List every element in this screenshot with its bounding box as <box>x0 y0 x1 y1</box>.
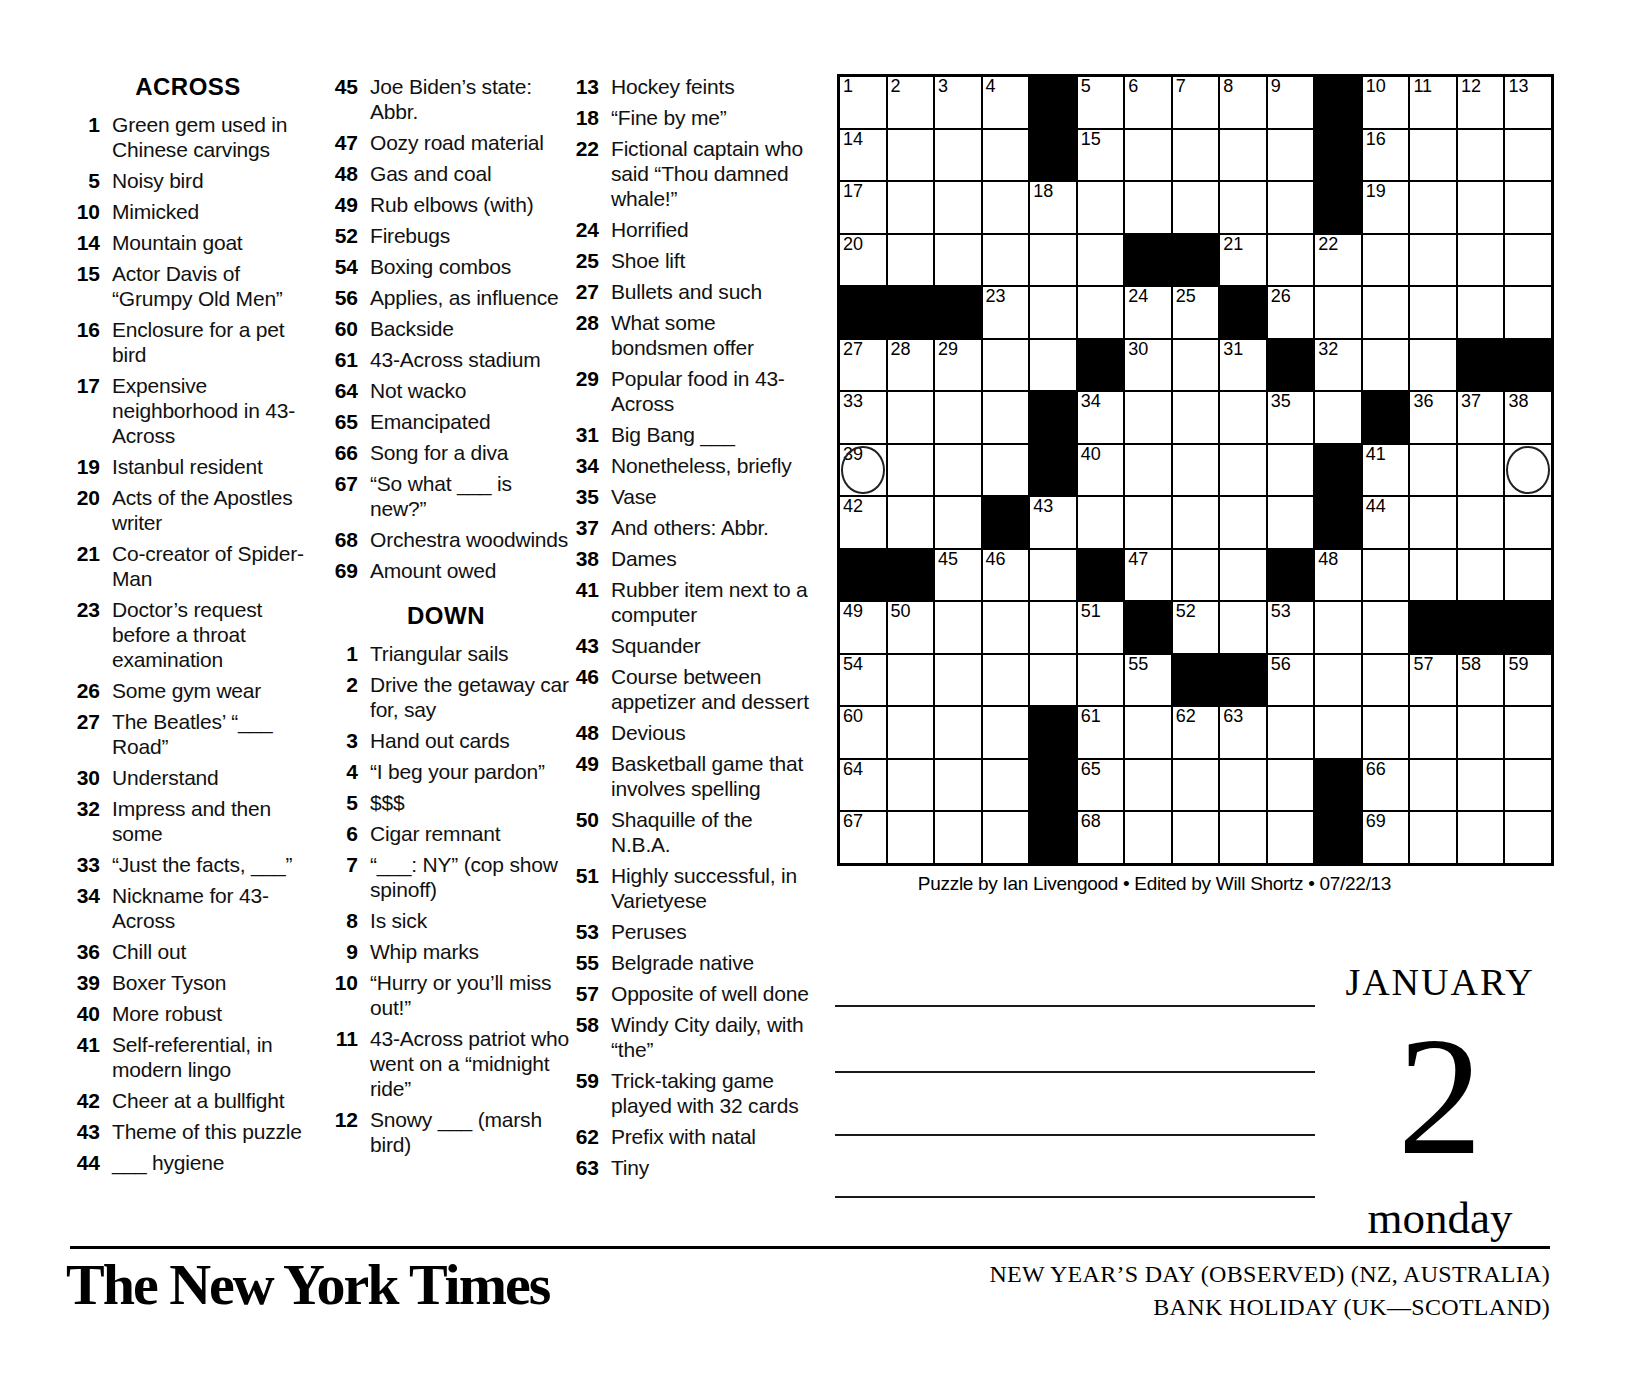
cell-number: 28 <box>891 339 911 359</box>
clue-number: 25 <box>563 248 599 273</box>
cell-number: 56 <box>1271 654 1291 674</box>
clue-number: 61 <box>322 347 358 372</box>
clue-number: 55 <box>563 950 599 975</box>
grid-cell[interactable] <box>1409 811 1457 864</box>
grid-cell[interactable]: 24 <box>1124 286 1172 339</box>
grid-cell[interactable] <box>934 601 982 654</box>
grid-cell[interactable]: 13 <box>1504 76 1552 129</box>
clue-number: 49 <box>322 192 358 217</box>
grid-cell[interactable]: 65 <box>1077 759 1125 812</box>
grid-cell[interactable]: 7 <box>1172 76 1220 129</box>
cell-number: 36 <box>1413 391 1433 411</box>
clue-text: Hand out cards <box>370 728 570 753</box>
grid-cell[interactable] <box>1077 286 1125 339</box>
grid-cell[interactable] <box>1504 496 1552 549</box>
grid-cell[interactable]: 50 <box>887 601 935 654</box>
grid-cell[interactable]: 11 <box>1409 76 1457 129</box>
grid-cell-block <box>839 286 887 339</box>
grid-cell[interactable]: 61 <box>1077 706 1125 759</box>
clue-number: 68 <box>322 527 358 552</box>
grid-cell[interactable]: 21 <box>1219 234 1267 287</box>
grid-cell[interactable] <box>1314 654 1362 707</box>
clue-across-68: 68Orchestra woodwinds <box>322 527 570 552</box>
grid-cell[interactable]: 26 <box>1267 286 1315 339</box>
grid-cell[interactable] <box>1124 391 1172 444</box>
clue-across-26: 26Some gym wear <box>64 678 312 703</box>
grid-cell[interactable]: 16 <box>1362 129 1410 182</box>
grid-cell[interactable]: 15 <box>1077 129 1125 182</box>
clue-number: 24 <box>563 217 599 242</box>
clue-across-15: 15Actor Davis of “Grumpy Old Men” <box>64 261 312 311</box>
grid-cell[interactable] <box>982 811 1030 864</box>
grid-cell[interactable] <box>1219 444 1267 497</box>
grid-cell[interactable]: 42 <box>839 496 887 549</box>
grid-cell[interactable] <box>1409 129 1457 182</box>
grid-cell[interactable]: 62 <box>1172 706 1220 759</box>
grid-cell[interactable] <box>1267 811 1315 864</box>
grid-cell[interactable] <box>1504 706 1552 759</box>
grid-cell[interactable] <box>887 759 935 812</box>
grid-cell[interactable]: 31 <box>1219 339 1267 392</box>
grid-cell[interactable]: 51 <box>1077 601 1125 654</box>
grid-cell[interactable] <box>982 759 1030 812</box>
cell-number: 24 <box>1128 286 1148 306</box>
grid-cell[interactable] <box>934 129 982 182</box>
grid-cell[interactable] <box>1409 339 1457 392</box>
grid-cell[interactable]: 39 <box>839 444 887 497</box>
grid-cell[interactable]: 55 <box>1124 654 1172 707</box>
grid-cell[interactable]: 32 <box>1314 339 1362 392</box>
clue-number: 26 <box>64 678 100 703</box>
grid-cell[interactable]: 44 <box>1362 496 1410 549</box>
clue-text: Opposite of well done <box>611 981 813 1006</box>
clue-number: 32 <box>64 796 100 846</box>
cell-number: 13 <box>1508 76 1528 96</box>
clue-number: 38 <box>563 546 599 571</box>
grid-cell[interactable] <box>982 129 1030 182</box>
grid-cell[interactable]: 36 <box>1409 391 1457 444</box>
clue-number: 43 <box>64 1119 100 1144</box>
grid-cell[interactable] <box>1077 496 1125 549</box>
grid-cell[interactable] <box>1124 181 1172 234</box>
grid-cell[interactable] <box>1314 706 1362 759</box>
grid-cell[interactable]: 38 <box>1504 391 1552 444</box>
grid-cell[interactable] <box>887 496 935 549</box>
grid-cell[interactable] <box>1457 759 1505 812</box>
grid-cell-block <box>1314 496 1362 549</box>
grid-cell[interactable] <box>1124 444 1172 497</box>
clue-number: 17 <box>64 373 100 448</box>
grid-cell[interactable] <box>934 391 982 444</box>
clue-number: 29 <box>563 366 599 416</box>
grid-cell[interactable] <box>1267 496 1315 549</box>
grid-cell[interactable]: 6 <box>1124 76 1172 129</box>
grid-cell[interactable] <box>1124 759 1172 812</box>
grid-cell[interactable] <box>1124 496 1172 549</box>
clue-text: Gas and coal <box>370 161 570 186</box>
clue-text: Basketball game that involves spelling <box>611 751 813 801</box>
clue-across-36: 36Chill out <box>64 939 312 964</box>
grid-cell[interactable] <box>1362 706 1410 759</box>
clue-text: Popular food in 43-Across <box>611 366 813 416</box>
cell-number: 33 <box>843 391 863 411</box>
grid-cell[interactable] <box>1267 129 1315 182</box>
grid-cell[interactable]: 46 <box>982 549 1030 602</box>
grid-cell[interactable]: 45 <box>934 549 982 602</box>
grid-cell[interactable] <box>1219 549 1267 602</box>
clue-across-16: 16Enclosure for a pet bird <box>64 317 312 367</box>
cell-number: 55 <box>1128 654 1148 674</box>
clue-number: 65 <box>322 409 358 434</box>
clue-text: Snowy ___ (marsh bird) <box>370 1107 570 1157</box>
clue-across-60: 60Backside <box>322 316 570 341</box>
clue-text: Nonetheless, briefly <box>611 453 813 478</box>
grid-cell[interactable] <box>1457 181 1505 234</box>
grid-cell[interactable] <box>887 181 935 234</box>
clue-text: Shaquille of the N.B.A. <box>611 807 813 857</box>
clue-number: 30 <box>64 765 100 790</box>
grid-cell[interactable] <box>1077 181 1125 234</box>
cell-number: 31 <box>1223 339 1243 359</box>
cell-number: 29 <box>938 339 958 359</box>
cell-number: 50 <box>891 601 911 621</box>
grid-cell[interactable] <box>982 181 1030 234</box>
grid-cell[interactable] <box>1362 601 1410 654</box>
grid-cell[interactable]: 14 <box>839 129 887 182</box>
grid-cell[interactable] <box>982 234 1030 287</box>
grid-cell[interactable] <box>1314 286 1362 339</box>
grid-cell[interactable] <box>887 706 935 759</box>
grid-cell[interactable]: 43 <box>1029 496 1077 549</box>
cell-number: 23 <box>986 286 1006 306</box>
grid-cell[interactable] <box>934 444 982 497</box>
clue-number: 31 <box>563 422 599 447</box>
grid-cell[interactable] <box>1409 234 1457 287</box>
clue-down-50: 50Shaquille of the N.B.A. <box>563 807 813 857</box>
grid-cell[interactable] <box>1409 549 1457 602</box>
grid-cell[interactable] <box>982 444 1030 497</box>
cell-number: 12 <box>1461 76 1481 96</box>
clue-across-34: 34Nickname for 43-Across <box>64 883 312 933</box>
grid-cell[interactable]: 2 <box>887 76 935 129</box>
clue-number: 7 <box>322 852 358 902</box>
grid-cell[interactable] <box>982 706 1030 759</box>
grid-cell[interactable] <box>1172 181 1220 234</box>
grid-cell[interactable]: 57 <box>1409 654 1457 707</box>
grid-cell[interactable] <box>1504 549 1552 602</box>
clue-across-14: 14Mountain goat <box>64 230 312 255</box>
grid-cell[interactable]: 10 <box>1362 76 1410 129</box>
grid-cell[interactable] <box>1124 706 1172 759</box>
grid-cell[interactable] <box>887 654 935 707</box>
clue-down-34: 34Nonetheless, briefly <box>563 453 813 478</box>
grid-cell[interactable] <box>1124 129 1172 182</box>
clue-down-1: 1Triangular sails <box>322 641 570 666</box>
cell-number: 6 <box>1128 76 1138 96</box>
grid-cell[interactable] <box>1409 496 1457 549</box>
grid-cell-block <box>839 549 887 602</box>
grid-cell[interactable]: 69 <box>1362 811 1410 864</box>
grid-cell[interactable] <box>1219 391 1267 444</box>
clue-text: Green gem used in Chinese carvings <box>112 112 312 162</box>
clue-number: 10 <box>322 970 358 1020</box>
grid-cell[interactable] <box>1172 549 1220 602</box>
clue-text: Is sick <box>370 908 570 933</box>
grid-cell[interactable]: 8 <box>1219 76 1267 129</box>
grid-cell[interactable] <box>1029 654 1077 707</box>
grid-cell[interactable] <box>934 759 982 812</box>
grid-cell[interactable] <box>934 234 982 287</box>
clue-down-58: 58Windy City daily, with “the” <box>563 1012 813 1062</box>
cell-number: 54 <box>843 654 863 674</box>
grid-cell[interactable] <box>1314 391 1362 444</box>
grid-cell[interactable] <box>1124 811 1172 864</box>
clue-text: “___: NY” (cop show spinoff) <box>370 852 570 902</box>
cell-number: 20 <box>843 234 863 254</box>
grid-cell[interactable] <box>1172 496 1220 549</box>
grid-cell[interactable] <box>934 706 982 759</box>
grid-cell[interactable] <box>887 444 935 497</box>
grid-cell[interactable] <box>1504 181 1552 234</box>
grid-cell[interactable] <box>1504 129 1552 182</box>
grid-cell[interactable]: 49 <box>839 601 887 654</box>
grid-cell[interactable] <box>1172 444 1220 497</box>
grid-cell[interactable] <box>1314 601 1362 654</box>
grid-cell[interactable] <box>1172 391 1220 444</box>
grid-cell[interactable]: 30 <box>1124 339 1172 392</box>
grid-cell[interactable]: 33 <box>839 391 887 444</box>
circle-marker <box>841 446 885 495</box>
grid-cell[interactable] <box>982 654 1030 707</box>
grid-cell[interactable] <box>1362 549 1410 602</box>
grid-cell[interactable]: 12 <box>1457 76 1505 129</box>
grid-cell[interactable] <box>1172 339 1220 392</box>
cell-number: 10 <box>1366 76 1386 96</box>
clue-text: Drive the getaway car for, say <box>370 672 570 722</box>
grid-cell[interactable] <box>1409 286 1457 339</box>
cell-number: 3 <box>938 76 948 96</box>
grid-cell[interactable]: 34 <box>1077 391 1125 444</box>
grid-cell[interactable]: 1 <box>839 76 887 129</box>
grid-cell[interactable]: 56 <box>1267 654 1315 707</box>
clue-text: Triangular sails <box>370 641 570 666</box>
grid-cell-block <box>1077 339 1125 392</box>
grid-cell[interactable] <box>1457 811 1505 864</box>
clue-text: Hockey feints <box>611 74 813 99</box>
clue-text: Song for a diva <box>370 440 570 465</box>
cell-number: 66 <box>1366 759 1386 779</box>
clue-across-33: 33“Just the facts, ___” <box>64 852 312 877</box>
grid-cell[interactable] <box>1267 444 1315 497</box>
grid-cell[interactable] <box>1457 286 1505 339</box>
clue-across-61: 6143-Across stadium <box>322 347 570 372</box>
grid-cell[interactable] <box>1077 654 1125 707</box>
grid-cell[interactable] <box>1029 339 1077 392</box>
grid-cell[interactable] <box>1029 601 1077 654</box>
clue-text: Prefix with natal <box>611 1124 813 1149</box>
grid-cell[interactable]: 54 <box>839 654 887 707</box>
grid-cell[interactable]: 41 <box>1362 444 1410 497</box>
grid-cell[interactable] <box>887 129 935 182</box>
grid-cell[interactable]: 4 <box>982 76 1030 129</box>
grid-cell[interactable] <box>1219 129 1267 182</box>
grid-cell[interactable]: 64 <box>839 759 887 812</box>
grid-cell[interactable] <box>1267 759 1315 812</box>
clue-down-51: 51Highly successful, in Varietyese <box>563 863 813 913</box>
grid-cell[interactable] <box>1409 181 1457 234</box>
grid-cell[interactable] <box>887 811 935 864</box>
grid-cell[interactable]: 3 <box>934 76 982 129</box>
grid-cell[interactable]: 23 <box>982 286 1030 339</box>
calendar-weekday: monday <box>1318 1194 1562 1242</box>
grid-cell-block <box>1172 654 1220 707</box>
grid-cell[interactable] <box>1267 706 1315 759</box>
grid-cell[interactable] <box>1504 234 1552 287</box>
clue-number: 15 <box>64 261 100 311</box>
grid-cell[interactable] <box>1172 129 1220 182</box>
clue-number: 21 <box>64 541 100 591</box>
clue-down-53: 53Peruses <box>563 919 813 944</box>
grid-cell[interactable]: 29 <box>934 339 982 392</box>
grid-cell-block <box>1314 129 1362 182</box>
clue-across-43: 43Theme of this puzzle <box>64 1119 312 1144</box>
grid-cell[interactable] <box>982 601 1030 654</box>
clue-number: 1 <box>322 641 358 666</box>
grid-cell[interactable] <box>1504 811 1552 864</box>
grid-cell[interactable] <box>934 811 982 864</box>
clue-number: 5 <box>64 168 100 193</box>
grid-cell[interactable] <box>1457 444 1505 497</box>
cell-number: 64 <box>843 759 863 779</box>
grid-cell[interactable] <box>1029 549 1077 602</box>
grid-cell[interactable]: 63 <box>1219 706 1267 759</box>
grid-cell[interactable]: 53 <box>1267 601 1315 654</box>
grid-cell-block <box>1124 601 1172 654</box>
clue-across-45: 45Joe Biden’s state: Abbr. <box>322 74 570 124</box>
clue-text: Co-creator of Spider-Man <box>112 541 312 591</box>
holiday-notes: NEW YEAR’S DAY (OBSERVED) (NZ, AUSTRALIA… <box>989 1258 1550 1324</box>
grid-cell[interactable]: 25 <box>1172 286 1220 339</box>
grid-cell[interactable] <box>1029 286 1077 339</box>
grid-cell[interactable] <box>1409 706 1457 759</box>
grid-cell[interactable] <box>1409 444 1457 497</box>
cell-number: 59 <box>1508 654 1528 674</box>
grid-cell[interactable] <box>1219 181 1267 234</box>
clue-number: 69 <box>322 558 358 583</box>
clue-across-48: 48Gas and coal <box>322 161 570 186</box>
clue-number: 9 <box>322 939 358 964</box>
grid-cell-block <box>1504 339 1552 392</box>
grid-cell[interactable] <box>982 391 1030 444</box>
cell-number: 17 <box>843 181 863 201</box>
grid-cell[interactable]: 20 <box>839 234 887 287</box>
clue-across-41: 41Self-referential, in modern lingo <box>64 1032 312 1082</box>
clue-number: 28 <box>563 310 599 360</box>
grid-cell[interactable]: 22 <box>1314 234 1362 287</box>
grid-cell[interactable]: 52 <box>1172 601 1220 654</box>
grid-cell[interactable]: 47 <box>1124 549 1172 602</box>
grid-cell[interactable] <box>1172 811 1220 864</box>
grid-cell[interactable]: 35 <box>1267 391 1315 444</box>
grid-cell[interactable] <box>1219 496 1267 549</box>
grid-cell[interactable] <box>1504 286 1552 339</box>
cell-number: 14 <box>843 129 863 149</box>
grid-cell[interactable] <box>1457 549 1505 602</box>
grid-cell[interactable]: 37 <box>1457 391 1505 444</box>
grid-cell[interactable]: 17 <box>839 181 887 234</box>
holiday-line-2: BANK HOLIDAY (UK—SCOTLAND) <box>989 1291 1550 1324</box>
grid-cell[interactable] <box>1172 759 1220 812</box>
grid-cell[interactable] <box>1029 234 1077 287</box>
clue-text: Cheer at a bullfight <box>112 1088 312 1113</box>
grid-cell[interactable]: 59 <box>1504 654 1552 707</box>
grid-cell[interactable] <box>1077 234 1125 287</box>
grid-cell[interactable]: 18 <box>1029 181 1077 234</box>
grid-cell[interactable] <box>982 339 1030 392</box>
grid-cell[interactable] <box>1219 759 1267 812</box>
clue-down-8: 8Is sick <box>322 908 570 933</box>
grid-cell[interactable] <box>1504 444 1552 497</box>
grid-cell[interactable] <box>1457 129 1505 182</box>
grid-cell[interactable] <box>1504 759 1552 812</box>
grid-cell[interactable] <box>934 181 982 234</box>
grid-cell[interactable]: 60 <box>839 706 887 759</box>
grid-cell[interactable] <box>1362 654 1410 707</box>
clue-text: Enclosure for a pet bird <box>112 317 312 367</box>
clue-number: 34 <box>64 883 100 933</box>
grid-cell[interactable] <box>1362 234 1410 287</box>
grid-cell[interactable] <box>1267 234 1315 287</box>
grid-cell[interactable] <box>1457 706 1505 759</box>
grid-cell[interactable] <box>934 654 982 707</box>
grid-cell[interactable] <box>1219 811 1267 864</box>
grid-cell[interactable]: 19 <box>1362 181 1410 234</box>
grid-cell[interactable] <box>1362 339 1410 392</box>
cell-number: 7 <box>1176 76 1186 96</box>
clue-text: Understand <box>112 765 312 790</box>
grid-cell[interactable]: 68 <box>1077 811 1125 864</box>
grid-cell[interactable]: 27 <box>839 339 887 392</box>
grid-cell[interactable]: 48 <box>1314 549 1362 602</box>
grid-cell[interactable]: 28 <box>887 339 935 392</box>
grid-cell[interactable]: 67 <box>839 811 887 864</box>
grid-cell[interactable] <box>887 234 935 287</box>
grid-cell[interactable] <box>1457 234 1505 287</box>
clue-down-11: 1143-Across patriot who went on a “midni… <box>322 1026 570 1101</box>
clue-number: 66 <box>322 440 358 465</box>
cell-number: 44 <box>1366 496 1386 516</box>
grid-cell-block <box>1029 129 1077 182</box>
grid-cell[interactable] <box>1362 286 1410 339</box>
clue-text: “Hurry or you’ll miss out!” <box>370 970 570 1020</box>
grid-cell[interactable] <box>1409 759 1457 812</box>
grid-cell[interactable] <box>1457 496 1505 549</box>
clue-text: What some bondsmen offer <box>611 310 813 360</box>
grid-cell[interactable] <box>1219 601 1267 654</box>
grid-cell[interactable]: 66 <box>1362 759 1410 812</box>
grid-cell[interactable]: 5 <box>1077 76 1125 129</box>
grid-cell[interactable]: 58 <box>1457 654 1505 707</box>
grid-cell[interactable] <box>934 496 982 549</box>
grid-cell[interactable]: 9 <box>1267 76 1315 129</box>
grid-cell[interactable] <box>887 391 935 444</box>
clue-text: Emancipated <box>370 409 570 434</box>
grid-cell[interactable]: 40 <box>1077 444 1125 497</box>
grid-cell[interactable] <box>1267 181 1315 234</box>
answer-line <box>835 1071 1315 1073</box>
clue-text: Cigar remnant <box>370 821 570 846</box>
clue-across-44: 44___ hygiene <box>64 1150 312 1175</box>
